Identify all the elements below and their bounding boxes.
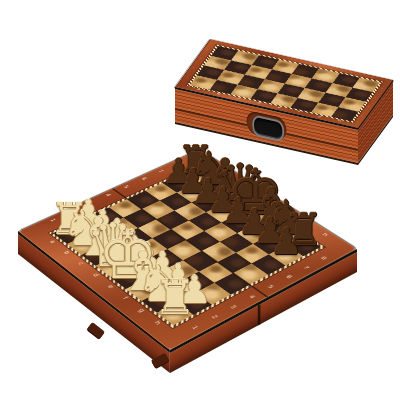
rank-label: 7 — [157, 169, 165, 173]
box-file-label: g — [317, 115, 322, 118]
rank-label: 8 — [174, 161, 182, 165]
file-label: f — [121, 296, 128, 300]
rank-label: 3 — [228, 304, 237, 309]
file-label: g — [304, 222, 312, 227]
box-file-label: a — [196, 88, 201, 91]
file-label: a — [212, 164, 220, 168]
rank-label: 7 — [302, 265, 310, 270]
rank-label: 6 — [284, 275, 292, 280]
file-label: f — [288, 212, 295, 216]
box-file-label: e — [277, 106, 282, 109]
rank-label: 6 — [139, 177, 147, 181]
board-foot — [87, 322, 105, 339]
rank-label: 3 — [86, 201, 94, 205]
file-label: c — [76, 261, 84, 266]
rank-label: 1 — [48, 218, 56, 222]
box-dot-mark: · — [330, 67, 333, 69]
box-dot-mark: · — [350, 71, 353, 73]
rank-label: 4 — [104, 193, 112, 197]
open-chess-board: aa88bb77cc66dd55ee44ff33gg22hh11 — [18, 149, 356, 350]
box-file-label: d — [257, 101, 262, 104]
box-dot-mark: · — [289, 58, 292, 60]
file-label: e — [272, 202, 280, 206]
rank-label: 5 — [122, 185, 130, 189]
file-label: g — [137, 308, 146, 313]
box-dot-mark: · — [206, 48, 209, 50]
box-dot-mark: · — [249, 49, 252, 51]
file-label: c — [242, 182, 249, 186]
rank-label: 5 — [266, 284, 275, 289]
rank-label: 4 — [247, 294, 256, 299]
box-file-label: c — [237, 97, 241, 100]
box-dot-mark: · — [192, 66, 195, 68]
box-file-label: b — [216, 92, 221, 95]
box-dot-mark: · — [381, 87, 384, 89]
box-file-label: f — [297, 110, 300, 112]
file-label: d — [91, 273, 100, 278]
file-label: h — [321, 233, 329, 238]
box-dot-mark: · — [360, 115, 363, 117]
file-label: b — [227, 173, 235, 177]
rank-label: 8 — [319, 256, 327, 261]
rank-label: 2 — [67, 210, 75, 214]
rank-label: 1 — [190, 325, 199, 330]
box-file-label: h — [338, 119, 343, 122]
file-label: a — [48, 240, 56, 245]
box-dot-mark: · — [186, 76, 189, 78]
box-dot-mark: · — [269, 53, 272, 55]
box-dot-mark: · — [367, 105, 370, 107]
file-label: e — [106, 284, 115, 289]
file-label: d — [257, 192, 265, 196]
rank-label: 2 — [209, 315, 218, 320]
box-dot-mark: · — [199, 57, 202, 59]
box-dot-mark: · — [374, 96, 377, 98]
board-fold-notch — [258, 304, 261, 325]
box-dot-mark: · — [310, 62, 313, 64]
box-dot-mark: · — [370, 76, 373, 78]
file-label: b — [62, 250, 70, 255]
file-label: h — [153, 320, 162, 325]
product-photo-chess-set: a·b·c·d·e·f·g·h········· aa88bb77cc66dd5… — [0, 0, 400, 400]
box-dot-mark: · — [229, 44, 232, 46]
